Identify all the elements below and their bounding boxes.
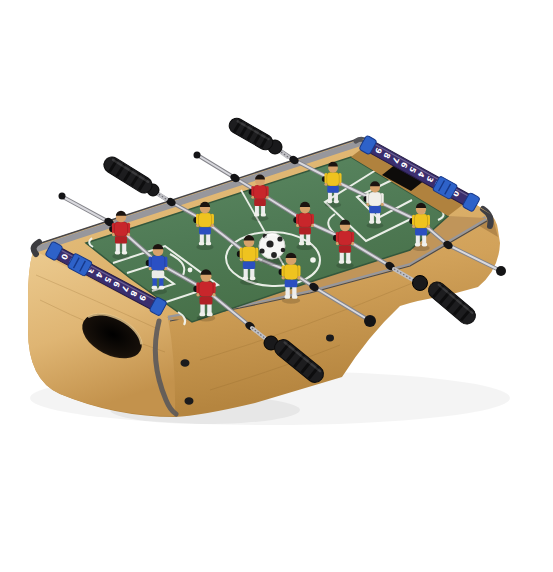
rod-spring: [157, 193, 166, 199]
player-shirt: [369, 192, 382, 206]
rod-handle-grip: [101, 154, 155, 196]
penalty-spot-right: [310, 257, 316, 263]
foosball-table: 0123456789 9876543210: [0, 0, 553, 572]
player-shirt: [298, 213, 311, 227]
rod-end-cap: [194, 152, 201, 159]
rod-end-cap: [496, 266, 506, 276]
player-shirt: [414, 214, 427, 228]
product-photo-foosball-table: 0123456789 9876543210: [0, 0, 553, 572]
rod-handle-grip: [226, 116, 275, 153]
handle-collar: [413, 276, 428, 291]
soccer-ball: [259, 233, 285, 265]
rod-end-cap: [59, 193, 66, 200]
player-shirt: [254, 185, 267, 199]
player-hair: [116, 211, 126, 216]
player-shirt: [284, 264, 298, 279]
rod-end-cap: [364, 315, 376, 327]
player-shirt: [242, 246, 256, 261]
player-shirt: [151, 255, 165, 270]
player-shirt: [327, 172, 339, 186]
player-shirt: [114, 222, 127, 237]
penalty-spot-left: [188, 268, 193, 273]
player-shirt: [338, 231, 351, 246]
player-shirt: [198, 213, 211, 227]
player-shirt: [199, 281, 213, 297]
